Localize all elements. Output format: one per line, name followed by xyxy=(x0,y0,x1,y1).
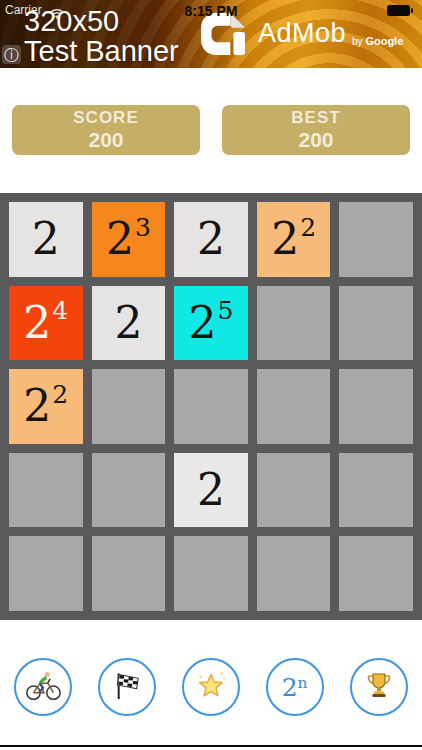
trophy-icon xyxy=(363,670,395,705)
empty-cell xyxy=(92,369,166,444)
ad-type-label: Test Banner xyxy=(24,36,179,66)
trophy-button[interactable] xyxy=(350,658,408,716)
scoreboard: SCORE 200 BEST 200 xyxy=(0,105,422,155)
best-panel: BEST 200 xyxy=(222,105,410,155)
star-button[interactable] xyxy=(182,658,240,716)
tile-16: 24 xyxy=(9,286,83,361)
tile-4: 22 xyxy=(257,202,331,277)
power-notation-label: 2ⁿ xyxy=(282,673,309,702)
empty-cell xyxy=(339,202,413,277)
battery-icon xyxy=(387,5,410,16)
ad-banner[interactable]: 320x50 Test Banner AdMob by Google ⓘ Car… xyxy=(0,0,422,68)
tile-2: 2 xyxy=(92,286,166,361)
empty-cell xyxy=(174,369,248,444)
empty-cell xyxy=(257,453,331,528)
admob-brand-suffix: by Google xyxy=(352,35,403,47)
tile-2: 2 xyxy=(174,202,248,277)
score-label: SCORE xyxy=(73,109,138,128)
game-board[interactable]: 22322224225222 xyxy=(0,193,422,620)
empty-cell xyxy=(339,453,413,528)
tile-32: 25 xyxy=(174,286,248,361)
toolbar: 2ⁿ xyxy=(0,658,422,716)
tile-2: 2 xyxy=(9,202,83,277)
empty-cell xyxy=(9,536,83,611)
empty-cell xyxy=(9,453,83,528)
tile-8: 23 xyxy=(92,202,166,277)
score-value: 200 xyxy=(88,128,123,151)
empty-cell xyxy=(92,536,166,611)
bottom-divider xyxy=(0,745,422,747)
empty-cell xyxy=(92,453,166,528)
empty-cell xyxy=(257,536,331,611)
empty-cell xyxy=(257,369,331,444)
clock-label: 8:15 PM xyxy=(0,3,422,19)
empty-cell xyxy=(339,369,413,444)
best-value: 200 xyxy=(298,128,333,151)
tile-4: 22 xyxy=(9,369,83,444)
glowing-star-icon xyxy=(195,670,227,705)
power-notation-button[interactable]: 2ⁿ xyxy=(266,658,324,716)
tile-2: 2 xyxy=(174,453,248,528)
info-icon[interactable]: ⓘ xyxy=(2,45,21,64)
empty-cell xyxy=(174,536,248,611)
score-panel: SCORE 200 xyxy=(12,105,200,155)
empty-cell xyxy=(339,536,413,611)
bike-button[interactable] xyxy=(14,658,72,716)
empty-cell xyxy=(257,286,331,361)
empty-cell xyxy=(339,286,413,361)
cyclist-icon xyxy=(24,670,62,705)
best-label: BEST xyxy=(291,109,340,128)
finish-flag-button[interactable] xyxy=(98,658,156,716)
checkered-flag-icon xyxy=(111,670,143,705)
status-bar: Carrier 8:15 PM xyxy=(0,0,422,20)
